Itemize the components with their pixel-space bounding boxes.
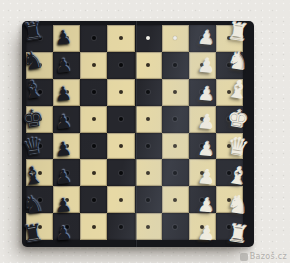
- peg-hole: [65, 117, 69, 121]
- square-r1c1[interactable]: ♜: [26, 25, 53, 52]
- peg-hole: [92, 225, 96, 229]
- peg-hole: [200, 144, 204, 148]
- peg-hole: [119, 36, 123, 40]
- piece-black-pawn[interactable]: ♟: [49, 223, 78, 244]
- square-r4c3[interactable]: [80, 106, 107, 133]
- square-r2c3[interactable]: [80, 52, 107, 79]
- square-r8c3[interactable]: [80, 213, 107, 240]
- piece-black-pawn[interactable]: ♟: [49, 83, 78, 104]
- watermark-logo-icon: [240, 253, 248, 261]
- square-r1c4[interactable]: [107, 25, 134, 52]
- peg-hole: [119, 63, 123, 67]
- peg-hole: [65, 198, 69, 202]
- peg-hole: [119, 117, 123, 121]
- peg-hole: [38, 225, 42, 229]
- square-r6c4[interactable]: [107, 159, 134, 186]
- square-r2c5[interactable]: [135, 52, 162, 79]
- peg-hole: [38, 117, 42, 121]
- piece-black-king[interactable]: ♚: [17, 105, 48, 133]
- square-r7c8[interactable]: ♞: [216, 186, 243, 213]
- peg-hole: [173, 198, 177, 202]
- peg-hole: [119, 144, 123, 148]
- peg-hole: [65, 225, 69, 229]
- peg-hole: [119, 90, 123, 94]
- peg-hole: [200, 117, 204, 121]
- square-r5c2[interactable]: ♟: [53, 133, 80, 160]
- peg-hole: [65, 90, 69, 94]
- piece-white-knight[interactable]: ♞: [222, 47, 253, 75]
- piece-black-pawn[interactable]: ♟: [49, 111, 78, 132]
- piece-black-pawn[interactable]: ♟: [49, 139, 78, 160]
- square-r6c6[interactable]: [162, 159, 189, 186]
- square-r6c2[interactable]: ♟: [53, 159, 80, 186]
- square-r1c5[interactable]: [135, 25, 162, 52]
- square-r2c4[interactable]: [107, 52, 134, 79]
- peg-hole: [200, 90, 204, 94]
- peg-hole: [173, 63, 177, 67]
- square-r3c8[interactable]: ♝: [216, 79, 243, 106]
- peg-hole: [227, 63, 231, 67]
- square-r4c2[interactable]: ♟: [53, 106, 80, 133]
- peg-hole: [38, 36, 42, 40]
- peg-hole: [173, 36, 177, 40]
- square-r5c7[interactable]: ♟: [189, 133, 216, 160]
- square-r5c1[interactable]: ♛: [26, 133, 53, 160]
- peg-hole: [92, 144, 96, 148]
- square-r4c8[interactable]: ♚: [216, 106, 243, 133]
- peg-hole: [173, 117, 177, 121]
- square-r4c7[interactable]: ♟: [189, 106, 216, 133]
- peg-hole: [119, 171, 123, 175]
- peg-hole: [200, 225, 204, 229]
- peg-hole: [92, 171, 96, 175]
- square-r2c7[interactable]: ♟: [189, 52, 216, 79]
- peg-hole: [92, 90, 96, 94]
- peg-hole: [38, 63, 42, 67]
- square-r1c2[interactable]: ♟: [53, 25, 80, 52]
- piece-black-rook[interactable]: ♜: [17, 18, 48, 46]
- square-r4c5[interactable]: [135, 106, 162, 133]
- square-r6c3[interactable]: [80, 159, 107, 186]
- peg-hole: [173, 171, 177, 175]
- peg-hole: [146, 63, 150, 67]
- piece-black-pawn[interactable]: ♟: [49, 27, 78, 48]
- peg-hole: [146, 171, 150, 175]
- peg-hole: [200, 171, 204, 175]
- square-r8c1[interactable]: ♜: [26, 213, 53, 240]
- peg-hole: [173, 144, 177, 148]
- peg-hole: [65, 144, 69, 148]
- peg-hole: [173, 90, 177, 94]
- square-r7c5[interactable]: [135, 186, 162, 213]
- square-r8c2[interactable]: ♟: [53, 213, 80, 240]
- square-r4c6[interactable]: [162, 106, 189, 133]
- chess-board: ♜♟♟♜♞♟♟♞♝♟♟♝♚♟♟♚♛♟♟♛♝♟♟♝♞♟♟♞♜♟♟♜: [22, 21, 254, 247]
- square-r5c5[interactable]: [135, 133, 162, 160]
- peg-hole: [227, 90, 231, 94]
- square-r2c6[interactable]: [162, 52, 189, 79]
- square-r1c7[interactable]: ♟: [189, 25, 216, 52]
- square-r8c7[interactable]: ♟: [189, 213, 216, 240]
- peg-hole: [92, 117, 96, 121]
- peg-hole: [227, 144, 231, 148]
- square-r7c7[interactable]: ♟: [189, 186, 216, 213]
- peg-hole: [38, 90, 42, 94]
- square-r7c2[interactable]: ♟: [53, 186, 80, 213]
- piece-black-bishop[interactable]: ♝: [17, 76, 48, 104]
- peg-hole: [119, 198, 123, 202]
- square-r8c5[interactable]: [135, 213, 162, 240]
- peg-hole: [65, 63, 69, 67]
- peg-hole: [119, 225, 123, 229]
- piece-white-rook[interactable]: ♜: [222, 18, 253, 46]
- square-r4c1[interactable]: ♚: [26, 106, 53, 133]
- square-r1c6[interactable]: [162, 25, 189, 52]
- peg-hole: [146, 225, 150, 229]
- peg-hole: [146, 36, 150, 40]
- peg-hole: [92, 63, 96, 67]
- peg-hole: [92, 198, 96, 202]
- square-r1c3[interactable]: [80, 25, 107, 52]
- square-r3c6[interactable]: [162, 79, 189, 106]
- peg-hole: [65, 171, 69, 175]
- peg-hole: [227, 117, 231, 121]
- peg-hole: [38, 144, 42, 148]
- watermark-text: Bazoš.cz: [250, 252, 287, 261]
- watermark: Bazoš.cz: [240, 252, 287, 261]
- peg-hole: [146, 144, 150, 148]
- peg-hole: [200, 36, 204, 40]
- peg-hole: [227, 225, 231, 229]
- peg-hole: [227, 171, 231, 175]
- peg-hole: [200, 63, 204, 67]
- piece-black-pawn[interactable]: ♟: [49, 55, 78, 76]
- piece-white-rook[interactable]: ♜: [222, 220, 253, 248]
- square-r6c1[interactable]: ♝: [26, 159, 53, 186]
- peg-hole: [65, 36, 69, 40]
- square-r3c3[interactable]: [80, 79, 107, 106]
- peg-hole: [38, 171, 42, 175]
- peg-hole: [146, 117, 150, 121]
- fold-seam: [135, 21, 137, 247]
- square-r7c1[interactable]: ♞: [26, 186, 53, 213]
- piece-black-knight[interactable]: ♞: [17, 47, 48, 75]
- square-r6c7[interactable]: ♟: [189, 159, 216, 186]
- square-r3c7[interactable]: ♟: [189, 79, 216, 106]
- square-r7c4[interactable]: [107, 186, 134, 213]
- square-r5c3[interactable]: [80, 133, 107, 160]
- peg-hole: [146, 90, 150, 94]
- square-r6c5[interactable]: [135, 159, 162, 186]
- piece-black-queen[interactable]: ♛: [17, 133, 48, 161]
- square-r3c2[interactable]: ♟: [53, 79, 80, 106]
- square-r8c4[interactable]: [107, 213, 134, 240]
- square-r8c6[interactable]: [162, 213, 189, 240]
- peg-hole: [92, 36, 96, 40]
- square-r2c8[interactable]: ♞: [216, 52, 243, 79]
- square-r2c2[interactable]: ♟: [53, 52, 80, 79]
- peg-hole: [227, 36, 231, 40]
- peg-hole: [200, 198, 204, 202]
- peg-hole: [38, 198, 42, 202]
- square-r3c5[interactable]: [135, 79, 162, 106]
- square-r6c8[interactable]: ♝: [216, 159, 243, 186]
- square-r5c8[interactable]: ♛: [216, 133, 243, 160]
- square-r8c8[interactable]: ♜: [216, 213, 243, 240]
- square-r3c4[interactable]: [107, 79, 134, 106]
- square-r7c6[interactable]: [162, 186, 189, 213]
- square-r5c6[interactable]: [162, 133, 189, 160]
- piece-black-rook[interactable]: ♜: [17, 220, 48, 248]
- piece-black-pawn[interactable]: ♟: [49, 167, 78, 188]
- peg-hole: [227, 198, 231, 202]
- square-r2c1[interactable]: ♞: [26, 52, 53, 79]
- square-r1c8[interactable]: ♜: [216, 25, 243, 52]
- peg-hole: [173, 225, 177, 229]
- square-r4c4[interactable]: [107, 106, 134, 133]
- peg-hole: [146, 198, 150, 202]
- square-r3c1[interactable]: ♝: [26, 79, 53, 106]
- square-r5c4[interactable]: [107, 133, 134, 160]
- square-r7c3[interactable]: [80, 186, 107, 213]
- photo-background: ♜♟♟♜♞♟♟♞♝♟♟♝♚♟♟♚♛♟♟♛♝♟♟♝♞♟♟♞♜♟♟♜ Bazoš.c…: [0, 0, 290, 263]
